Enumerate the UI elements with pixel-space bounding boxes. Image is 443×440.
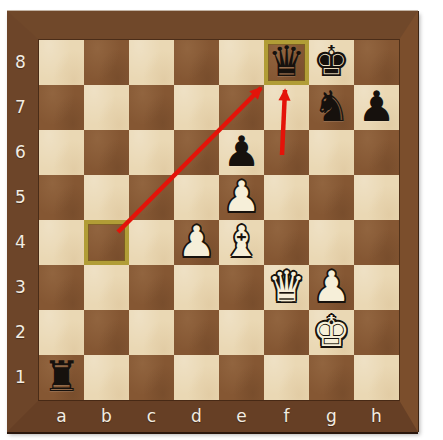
square-c6[interactable] bbox=[129, 130, 174, 175]
square-g6[interactable] bbox=[309, 130, 354, 175]
chess-board: ♛♚♞♟♟♟♟♝♛♟♚♜ bbox=[39, 40, 399, 400]
square-e8[interactable] bbox=[219, 40, 264, 85]
square-a7[interactable] bbox=[39, 85, 84, 130]
square-h5[interactable] bbox=[354, 175, 399, 220]
white-pawn-e5: ♟ bbox=[223, 174, 261, 219]
square-e1[interactable] bbox=[219, 355, 264, 400]
rank-label-4: 4 bbox=[7, 220, 34, 265]
square-h4[interactable] bbox=[354, 220, 399, 265]
file-label-b: b bbox=[84, 401, 129, 431]
square-h8[interactable] bbox=[354, 40, 399, 85]
square-h7[interactable]: ♟ bbox=[354, 85, 399, 130]
rank-label-2: 2 bbox=[7, 310, 34, 355]
square-c5[interactable] bbox=[129, 175, 174, 220]
white-pawn-d4: ♟ bbox=[178, 219, 216, 264]
square-f1[interactable] bbox=[264, 355, 309, 400]
square-a3[interactable] bbox=[39, 265, 84, 310]
black-pawn-h7: ♟ bbox=[358, 84, 396, 129]
square-d4[interactable]: ♟ bbox=[174, 220, 219, 265]
square-e3[interactable] bbox=[219, 265, 264, 310]
white-king-g2: ♚ bbox=[313, 309, 351, 354]
square-g7[interactable]: ♞ bbox=[309, 85, 354, 130]
square-d3[interactable] bbox=[174, 265, 219, 310]
square-b7[interactable] bbox=[84, 85, 129, 130]
file-label-c: c bbox=[129, 401, 174, 431]
chess-diagram: 87654321 abcdefgh ♛♚♞♟♟♟♟♝♛♟♚♜ bbox=[0, 0, 443, 440]
square-b2[interactable] bbox=[84, 310, 129, 355]
square-a2[interactable] bbox=[39, 310, 84, 355]
white-bishop-e4: ♝ bbox=[223, 219, 261, 264]
square-f6[interactable] bbox=[264, 130, 309, 175]
square-e4[interactable]: ♝ bbox=[219, 220, 264, 265]
square-e7[interactable] bbox=[219, 85, 264, 130]
square-a5[interactable] bbox=[39, 175, 84, 220]
black-pawn-e6: ♟ bbox=[223, 129, 261, 174]
square-c7[interactable] bbox=[129, 85, 174, 130]
square-a4[interactable] bbox=[39, 220, 84, 265]
square-a6[interactable] bbox=[39, 130, 84, 175]
square-g1[interactable] bbox=[309, 355, 354, 400]
file-label-a: a bbox=[39, 401, 84, 431]
square-f4[interactable] bbox=[264, 220, 309, 265]
black-knight-g7: ♞ bbox=[313, 84, 351, 129]
square-c2[interactable] bbox=[129, 310, 174, 355]
square-d6[interactable] bbox=[174, 130, 219, 175]
square-g4[interactable] bbox=[309, 220, 354, 265]
white-queen-f3: ♛ bbox=[268, 264, 306, 309]
square-h3[interactable] bbox=[354, 265, 399, 310]
square-b1[interactable] bbox=[84, 355, 129, 400]
file-label-g: g bbox=[309, 401, 354, 431]
file-label-e: e bbox=[219, 401, 264, 431]
square-a1[interactable]: ♜ bbox=[39, 355, 84, 400]
file-label-f: f bbox=[264, 401, 309, 431]
square-f8[interactable]: ♛ bbox=[264, 40, 309, 85]
square-f3[interactable]: ♛ bbox=[264, 265, 309, 310]
square-a8[interactable] bbox=[39, 40, 84, 85]
file-label-d: d bbox=[174, 401, 219, 431]
rank-label-8: 8 bbox=[7, 40, 34, 85]
square-g5[interactable] bbox=[309, 175, 354, 220]
square-d7[interactable] bbox=[174, 85, 219, 130]
square-d5[interactable] bbox=[174, 175, 219, 220]
square-g8[interactable]: ♚ bbox=[309, 40, 354, 85]
square-d2[interactable] bbox=[174, 310, 219, 355]
square-h1[interactable] bbox=[354, 355, 399, 400]
square-b6[interactable] bbox=[84, 130, 129, 175]
square-c3[interactable] bbox=[129, 265, 174, 310]
white-pawn-g3: ♟ bbox=[313, 264, 351, 309]
rank-label-5: 5 bbox=[7, 175, 34, 220]
square-c1[interactable] bbox=[129, 355, 174, 400]
square-e5[interactable]: ♟ bbox=[219, 175, 264, 220]
black-rook-a1: ♜ bbox=[43, 354, 81, 399]
square-f2[interactable] bbox=[264, 310, 309, 355]
square-c8[interactable] bbox=[129, 40, 174, 85]
square-g2[interactable]: ♚ bbox=[309, 310, 354, 355]
square-d8[interactable] bbox=[174, 40, 219, 85]
black-king-g8: ♚ bbox=[313, 39, 351, 84]
square-h6[interactable] bbox=[354, 130, 399, 175]
rank-label-3: 3 bbox=[7, 265, 34, 310]
rank-label-7: 7 bbox=[7, 85, 34, 130]
square-b4[interactable] bbox=[84, 220, 129, 265]
square-b5[interactable] bbox=[84, 175, 129, 220]
square-f7[interactable] bbox=[264, 85, 309, 130]
square-f5[interactable] bbox=[264, 175, 309, 220]
black-queen-f8: ♛ bbox=[268, 39, 306, 84]
file-label-h: h bbox=[354, 401, 399, 431]
square-g3[interactable]: ♟ bbox=[309, 265, 354, 310]
rank-label-6: 6 bbox=[7, 130, 34, 175]
square-c4[interactable] bbox=[129, 220, 174, 265]
rank-label-1: 1 bbox=[7, 355, 34, 400]
square-b3[interactable] bbox=[84, 265, 129, 310]
square-h2[interactable] bbox=[354, 310, 399, 355]
square-e6[interactable]: ♟ bbox=[219, 130, 264, 175]
square-d1[interactable] bbox=[174, 355, 219, 400]
square-e2[interactable] bbox=[219, 310, 264, 355]
square-b8[interactable] bbox=[84, 40, 129, 85]
